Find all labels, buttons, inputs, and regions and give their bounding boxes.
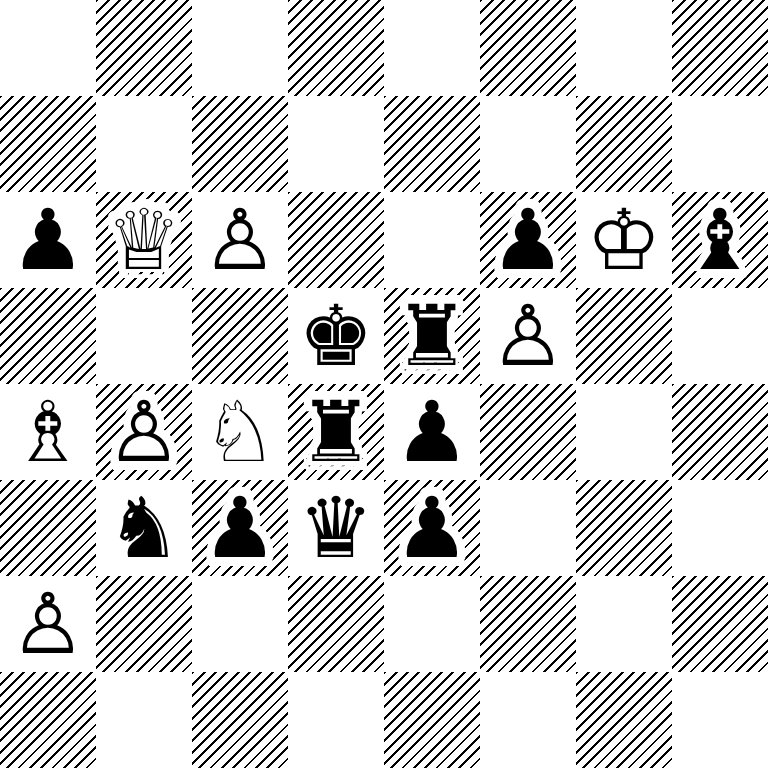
square-d8[interactable] bbox=[288, 0, 384, 96]
piece-halo: ♟ bbox=[192, 480, 288, 576]
square-g3[interactable] bbox=[576, 480, 672, 576]
square-d6[interactable] bbox=[288, 192, 384, 288]
square-d1[interactable] bbox=[288, 672, 384, 768]
piece-halo: ♝ bbox=[0, 384, 96, 480]
piece-halo: ♟ bbox=[384, 480, 480, 576]
square-g2[interactable] bbox=[576, 576, 672, 672]
square-f2[interactable] bbox=[480, 576, 576, 672]
square-a2[interactable]: ♟♙ bbox=[0, 576, 96, 672]
square-h8[interactable] bbox=[672, 0, 768, 96]
square-b5[interactable] bbox=[96, 288, 192, 384]
square-c6[interactable]: ♟♙ bbox=[192, 192, 288, 288]
square-e2[interactable] bbox=[384, 576, 480, 672]
square-b3[interactable]: ♞♞ bbox=[96, 480, 192, 576]
white-bishop[interactable]: ♗ bbox=[0, 384, 96, 480]
piece-halo: ♜ bbox=[384, 288, 480, 384]
square-e6[interactable] bbox=[384, 192, 480, 288]
square-f6[interactable]: ♟♟ bbox=[480, 192, 576, 288]
piece-halo: ♟ bbox=[96, 384, 192, 480]
square-c5[interactable] bbox=[192, 288, 288, 384]
white-queen[interactable]: ♕ bbox=[96, 192, 192, 288]
square-d2[interactable] bbox=[288, 576, 384, 672]
black-pawn[interactable]: ♟ bbox=[384, 480, 480, 576]
piece-halo: ♟ bbox=[384, 384, 480, 480]
piece-halo: ♚ bbox=[576, 192, 672, 288]
black-pawn[interactable]: ♟ bbox=[384, 384, 480, 480]
square-d5[interactable]: ♚♚ bbox=[288, 288, 384, 384]
square-a7[interactable] bbox=[0, 96, 96, 192]
square-b8[interactable] bbox=[96, 0, 192, 96]
square-a4[interactable]: ♝♗ bbox=[0, 384, 96, 480]
white-pawn[interactable]: ♙ bbox=[0, 576, 96, 672]
square-f1[interactable] bbox=[480, 672, 576, 768]
piece-halo: ♞ bbox=[96, 480, 192, 576]
white-pawn[interactable]: ♙ bbox=[96, 384, 192, 480]
square-b6[interactable]: ♛♕ bbox=[96, 192, 192, 288]
piece-halo: ♞ bbox=[192, 384, 288, 480]
square-f8[interactable] bbox=[480, 0, 576, 96]
square-e5[interactable]: ♜♜ bbox=[384, 288, 480, 384]
square-h2[interactable] bbox=[672, 576, 768, 672]
square-f7[interactable] bbox=[480, 96, 576, 192]
black-pawn[interactable]: ♟ bbox=[480, 192, 576, 288]
square-c4[interactable]: ♞♘ bbox=[192, 384, 288, 480]
white-knight[interactable]: ♘ bbox=[192, 384, 288, 480]
square-a6[interactable]: ♟♟ bbox=[0, 192, 96, 288]
square-h6[interactable]: ♝♝ bbox=[672, 192, 768, 288]
square-g8[interactable] bbox=[576, 0, 672, 96]
square-a1[interactable] bbox=[0, 672, 96, 768]
square-b7[interactable] bbox=[96, 96, 192, 192]
square-e7[interactable] bbox=[384, 96, 480, 192]
square-g1[interactable] bbox=[576, 672, 672, 768]
chess-board: ♟♟♛♕♟♙♟♟♚♔♝♝♚♚♜♜♟♙♝♗♟♙♞♘♜♜♟♟♞♞♟♟♛♛♟♟♟♙ bbox=[0, 0, 768, 768]
square-c7[interactable] bbox=[192, 96, 288, 192]
black-pawn[interactable]: ♟ bbox=[192, 480, 288, 576]
square-f4[interactable] bbox=[480, 384, 576, 480]
black-bishop[interactable]: ♝ bbox=[672, 192, 768, 288]
square-d4[interactable]: ♜♜ bbox=[288, 384, 384, 480]
white-pawn[interactable]: ♙ bbox=[192, 192, 288, 288]
square-h4[interactable] bbox=[672, 384, 768, 480]
square-b1[interactable] bbox=[96, 672, 192, 768]
piece-halo: ♛ bbox=[96, 192, 192, 288]
square-a5[interactable] bbox=[0, 288, 96, 384]
piece-halo: ♟ bbox=[0, 192, 96, 288]
square-e1[interactable] bbox=[384, 672, 480, 768]
piece-halo: ♚ bbox=[288, 288, 384, 384]
black-rook[interactable]: ♜ bbox=[288, 384, 384, 480]
piece-halo: ♛ bbox=[288, 480, 384, 576]
black-king[interactable]: ♚ bbox=[288, 288, 384, 384]
square-h3[interactable] bbox=[672, 480, 768, 576]
square-c8[interactable] bbox=[192, 0, 288, 96]
square-h5[interactable] bbox=[672, 288, 768, 384]
square-d7[interactable] bbox=[288, 96, 384, 192]
black-queen[interactable]: ♛ bbox=[288, 480, 384, 576]
square-g4[interactable] bbox=[576, 384, 672, 480]
square-c2[interactable] bbox=[192, 576, 288, 672]
white-king[interactable]: ♔ bbox=[576, 192, 672, 288]
piece-halo: ♝ bbox=[672, 192, 768, 288]
square-g7[interactable] bbox=[576, 96, 672, 192]
square-d3[interactable]: ♛♛ bbox=[288, 480, 384, 576]
piece-halo: ♜ bbox=[288, 384, 384, 480]
square-a8[interactable] bbox=[0, 0, 96, 96]
square-f3[interactable] bbox=[480, 480, 576, 576]
square-e8[interactable] bbox=[384, 0, 480, 96]
square-b2[interactable] bbox=[96, 576, 192, 672]
piece-halo: ♟ bbox=[480, 192, 576, 288]
square-c1[interactable] bbox=[192, 672, 288, 768]
black-rook[interactable]: ♜ bbox=[384, 288, 480, 384]
square-h7[interactable] bbox=[672, 96, 768, 192]
square-f5[interactable]: ♟♙ bbox=[480, 288, 576, 384]
piece-halo: ♟ bbox=[0, 576, 96, 672]
piece-halo: ♟ bbox=[192, 192, 288, 288]
black-knight[interactable]: ♞ bbox=[96, 480, 192, 576]
square-c3[interactable]: ♟♟ bbox=[192, 480, 288, 576]
white-pawn[interactable]: ♙ bbox=[480, 288, 576, 384]
square-e4[interactable]: ♟♟ bbox=[384, 384, 480, 480]
square-a3[interactable] bbox=[0, 480, 96, 576]
square-g6[interactable]: ♚♔ bbox=[576, 192, 672, 288]
square-e3[interactable]: ♟♟ bbox=[384, 480, 480, 576]
square-b4[interactable]: ♟♙ bbox=[96, 384, 192, 480]
piece-halo: ♟ bbox=[480, 288, 576, 384]
black-pawn[interactable]: ♟ bbox=[0, 192, 96, 288]
square-h1[interactable] bbox=[672, 672, 768, 768]
square-g5[interactable] bbox=[576, 288, 672, 384]
